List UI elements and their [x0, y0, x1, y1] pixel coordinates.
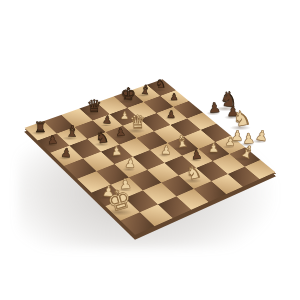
piece-glyph: ♞: [218, 88, 239, 111]
captured-dark-n-1: ♞: [219, 89, 238, 110]
scene: ♜♟♟♝♞♛♟♟♚♝♞♟♟♟♚♟♟♟♟♟♛♟♝♞♟♟♝ ♟♞♟♞♟♟♟: [0, 0, 300, 300]
piece-ground-shadow: [206, 112, 220, 116]
piece-glyph: ♟: [208, 100, 222, 115]
captured-dark-p-0: ♟: [209, 100, 222, 114]
captured-dark-p-2: ♟: [227, 104, 240, 118]
piece-ground-shadow: [215, 106, 236, 111]
piece-glyph: ♟: [227, 104, 240, 118]
